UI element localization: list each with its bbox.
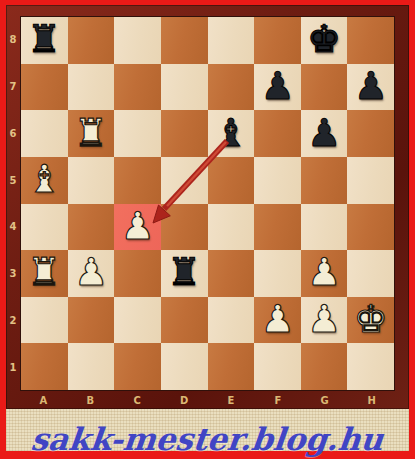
square-c3[interactable] [114,250,161,297]
board-frame: 87654321 ♜♚♟♟♜♝♟♝♟♜♟♜♟♟♟♚ ABCDEFGH [6,5,409,409]
square-c6[interactable] [114,110,161,157]
square-g8[interactable]: ♚ [301,17,348,64]
square-b4[interactable] [68,204,115,251]
black-bishop-e6: ♝ [214,114,248,152]
square-g4[interactable] [301,204,348,251]
chess-diagram: 87654321 ♜♚♟♟♜♝♟♝♟♜♟♜♟♟♟♚ ABCDEFGH sakk-… [0,0,415,459]
square-e5[interactable] [208,157,255,204]
square-f5[interactable] [254,157,301,204]
square-a3[interactable]: ♜ [21,250,68,297]
square-d3[interactable]: ♜ [161,250,208,297]
square-b1[interactable] [68,343,115,390]
square-b2[interactable] [68,297,115,344]
file-labels: ABCDEFGH [20,391,395,409]
square-e4[interactable] [208,204,255,251]
black-rook-d3: ♜ [167,253,201,291]
square-d4[interactable] [161,204,208,251]
white-bishop-a5: ♝ [27,160,61,198]
square-f2[interactable]: ♟ [254,297,301,344]
file-label-h: H [348,391,395,409]
white-rook-b6: ♜ [74,114,108,152]
white-pawn-c4: ♟ [121,207,155,245]
square-d5[interactable] [161,157,208,204]
square-h3[interactable] [347,250,394,297]
square-c5[interactable] [114,157,161,204]
white-rook-a3: ♜ [27,253,61,291]
rank-label-2: 2 [6,297,20,344]
square-e3[interactable] [208,250,255,297]
site-banner-text: sakk-mester.blog.hu [30,424,385,455]
square-a5[interactable]: ♝ [21,157,68,204]
square-f7[interactable]: ♟ [254,64,301,111]
square-g2[interactable]: ♟ [301,297,348,344]
file-label-g: G [301,391,348,409]
rank-label-1: 1 [6,344,20,391]
square-b3[interactable]: ♟ [68,250,115,297]
rank-labels: 87654321 [6,16,20,391]
white-king-h2: ♚ [354,300,388,338]
square-b5[interactable] [68,157,115,204]
rank-label-4: 4 [6,204,20,251]
square-b6[interactable]: ♜ [68,110,115,157]
board: ♜♚♟♟♜♝♟♝♟♜♟♜♟♟♟♚ [20,16,395,391]
square-g3[interactable]: ♟ [301,250,348,297]
square-c8[interactable] [114,17,161,64]
square-h7[interactable]: ♟ [347,64,394,111]
rank-label-6: 6 [6,110,20,157]
black-pawn-g6: ♟ [307,114,341,152]
square-a8[interactable]: ♜ [21,17,68,64]
square-d8[interactable] [161,17,208,64]
square-c7[interactable] [114,64,161,111]
square-b8[interactable] [68,17,115,64]
square-g1[interactable] [301,343,348,390]
file-label-e: E [208,391,255,409]
white-pawn-f2: ♟ [260,300,294,338]
square-a1[interactable] [21,343,68,390]
square-e7[interactable] [208,64,255,111]
white-pawn-g3: ♟ [307,253,341,291]
file-label-c: C [114,391,161,409]
rank-label-3: 3 [6,250,20,297]
square-h5[interactable] [347,157,394,204]
square-d1[interactable] [161,343,208,390]
square-b7[interactable] [68,64,115,111]
black-pawn-f7: ♟ [260,67,294,105]
square-a4[interactable] [21,204,68,251]
square-c1[interactable] [114,343,161,390]
file-label-d: D [161,391,208,409]
square-f1[interactable] [254,343,301,390]
square-d2[interactable] [161,297,208,344]
square-h6[interactable] [347,110,394,157]
square-d7[interactable] [161,64,208,111]
square-f6[interactable] [254,110,301,157]
file-label-b: B [67,391,114,409]
site-banner: sakk-mester.blog.hu [6,409,409,451]
square-e6[interactable]: ♝ [208,110,255,157]
rank-label-8: 8 [6,16,20,63]
rank-label-7: 7 [6,63,20,110]
square-g7[interactable] [301,64,348,111]
square-a2[interactable] [21,297,68,344]
black-pawn-h7: ♟ [354,67,388,105]
square-h8[interactable] [347,17,394,64]
square-a7[interactable] [21,64,68,111]
square-f8[interactable] [254,17,301,64]
square-f3[interactable] [254,250,301,297]
file-label-f: F [254,391,301,409]
square-g5[interactable] [301,157,348,204]
square-c2[interactable] [114,297,161,344]
white-pawn-g2: ♟ [307,300,341,338]
square-h4[interactable] [347,204,394,251]
square-f4[interactable] [254,204,301,251]
square-h1[interactable] [347,343,394,390]
square-g6[interactable]: ♟ [301,110,348,157]
square-a6[interactable] [21,110,68,157]
square-d6[interactable] [161,110,208,157]
square-e2[interactable] [208,297,255,344]
file-label-a: A [20,391,67,409]
square-h2[interactable]: ♚ [347,297,394,344]
rank-label-5: 5 [6,157,20,204]
square-c4[interactable]: ♟ [114,204,161,251]
square-e8[interactable] [208,17,255,64]
square-e1[interactable] [208,343,255,390]
white-pawn-b3: ♟ [74,253,108,291]
black-rook-a8: ♜ [27,20,61,58]
black-king-g8: ♚ [307,20,341,58]
